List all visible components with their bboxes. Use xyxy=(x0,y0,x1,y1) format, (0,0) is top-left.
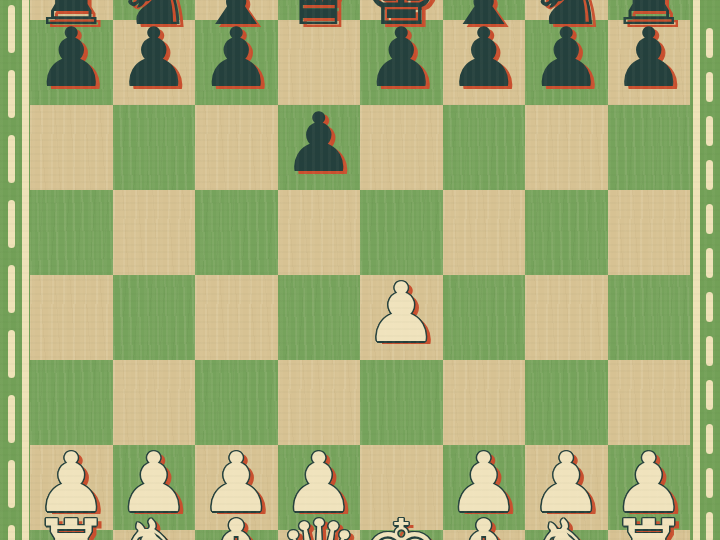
square-c7[interactable]: ♟ xyxy=(195,20,278,105)
square-a1[interactable]: ♜ xyxy=(30,530,113,540)
square-d6[interactable]: ♟ xyxy=(278,105,361,190)
dash-mark xyxy=(706,28,713,58)
square-g4[interactable] xyxy=(525,275,608,360)
black-pawn[interactable]: ♟ xyxy=(612,17,686,99)
square-h5[interactable] xyxy=(608,190,691,275)
square-f5[interactable] xyxy=(443,190,526,275)
square-g3[interactable] xyxy=(525,360,608,445)
dash-mark xyxy=(8,200,15,248)
dash-mark xyxy=(706,424,713,454)
black-pawn[interactable]: ♟ xyxy=(282,102,356,184)
square-h4[interactable] xyxy=(608,275,691,360)
white-rook[interactable]: ♜ xyxy=(31,508,112,540)
chess-board: ♜♞♝♛♚♝♞♜♟♟♟♟♟♟♟♟♟♟♟♟♟♟♟♟♜♞♝♛♚♝♞♜ xyxy=(30,0,690,540)
dash-mark xyxy=(706,248,713,278)
screenshot-root: ♜♞♝♛♚♝♞♜♟♟♟♟♟♟♟♟♟♟♟♟♟♟♟♟♜♞♝♛♚♝♞♜ xyxy=(0,0,720,540)
right-dashed-line xyxy=(706,28,713,540)
left-solid-line xyxy=(22,0,29,540)
black-pawn[interactable]: ♟ xyxy=(447,17,521,99)
square-b3[interactable] xyxy=(113,360,196,445)
square-a6[interactable] xyxy=(30,105,113,190)
dash-mark xyxy=(706,116,713,146)
square-e4[interactable]: ♟ xyxy=(360,275,443,360)
square-e1[interactable]: ♚ xyxy=(360,530,443,540)
white-pawn[interactable]: ♟ xyxy=(364,272,438,354)
dash-mark xyxy=(8,265,15,313)
white-knight[interactable]: ♞ xyxy=(526,508,607,540)
dash-mark xyxy=(8,525,15,540)
black-pawn[interactable]: ♟ xyxy=(199,17,273,99)
square-b1[interactable]: ♞ xyxy=(113,530,196,540)
square-d1[interactable]: ♛ xyxy=(278,530,361,540)
dash-mark xyxy=(8,5,15,53)
black-pawn[interactable]: ♟ xyxy=(364,17,438,99)
dash-mark xyxy=(706,204,713,234)
square-a3[interactable] xyxy=(30,360,113,445)
square-b5[interactable] xyxy=(113,190,196,275)
square-f6[interactable] xyxy=(443,105,526,190)
square-f3[interactable] xyxy=(443,360,526,445)
right-solid-line xyxy=(693,0,700,540)
square-e3[interactable] xyxy=(360,360,443,445)
square-h6[interactable] xyxy=(608,105,691,190)
dash-mark xyxy=(8,460,15,508)
square-g6[interactable] xyxy=(525,105,608,190)
dash-mark xyxy=(706,160,713,190)
white-rook[interactable]: ♜ xyxy=(608,508,689,540)
square-d5[interactable] xyxy=(278,190,361,275)
black-pawn[interactable]: ♟ xyxy=(117,17,191,99)
square-c1[interactable]: ♝ xyxy=(195,530,278,540)
dash-mark xyxy=(8,70,15,118)
white-knight[interactable]: ♞ xyxy=(113,508,194,540)
square-g7[interactable]: ♟ xyxy=(525,20,608,105)
dash-mark xyxy=(706,468,713,498)
square-f4[interactable] xyxy=(443,275,526,360)
square-c6[interactable] xyxy=(195,105,278,190)
square-d8[interactable]: ♛ xyxy=(278,0,361,20)
square-a7[interactable]: ♟ xyxy=(30,20,113,105)
square-g1[interactable]: ♞ xyxy=(525,530,608,540)
square-b4[interactable] xyxy=(113,275,196,360)
square-h1[interactable]: ♜ xyxy=(608,530,691,540)
square-g5[interactable] xyxy=(525,190,608,275)
dash-mark xyxy=(706,512,713,540)
dash-mark xyxy=(706,292,713,322)
white-bishop[interactable]: ♝ xyxy=(443,508,524,540)
square-e7[interactable]: ♟ xyxy=(360,20,443,105)
dash-mark xyxy=(706,72,713,102)
dash-mark xyxy=(8,330,15,378)
square-f7[interactable]: ♟ xyxy=(443,20,526,105)
black-queen[interactable]: ♛ xyxy=(278,0,359,38)
white-queen[interactable]: ♛ xyxy=(278,508,359,540)
white-bishop[interactable]: ♝ xyxy=(196,508,277,540)
black-pawn[interactable]: ♟ xyxy=(34,17,108,99)
square-h3[interactable] xyxy=(608,360,691,445)
black-pawn[interactable]: ♟ xyxy=(529,17,603,99)
left-dashed-line xyxy=(8,5,15,540)
dash-mark xyxy=(8,395,15,443)
square-c3[interactable] xyxy=(195,360,278,445)
dash-mark xyxy=(706,336,713,366)
square-e5[interactable] xyxy=(360,190,443,275)
square-b6[interactable] xyxy=(113,105,196,190)
square-d4[interactable] xyxy=(278,275,361,360)
square-h7[interactable]: ♟ xyxy=(608,20,691,105)
square-f1[interactable]: ♝ xyxy=(443,530,526,540)
square-c4[interactable] xyxy=(195,275,278,360)
square-c5[interactable] xyxy=(195,190,278,275)
square-d3[interactable] xyxy=(278,360,361,445)
square-e6[interactable] xyxy=(360,105,443,190)
square-a4[interactable] xyxy=(30,275,113,360)
square-a5[interactable] xyxy=(30,190,113,275)
white-king[interactable]: ♚ xyxy=(361,508,442,540)
dash-mark xyxy=(8,135,15,183)
square-b7[interactable]: ♟ xyxy=(113,20,196,105)
dash-mark xyxy=(706,380,713,410)
